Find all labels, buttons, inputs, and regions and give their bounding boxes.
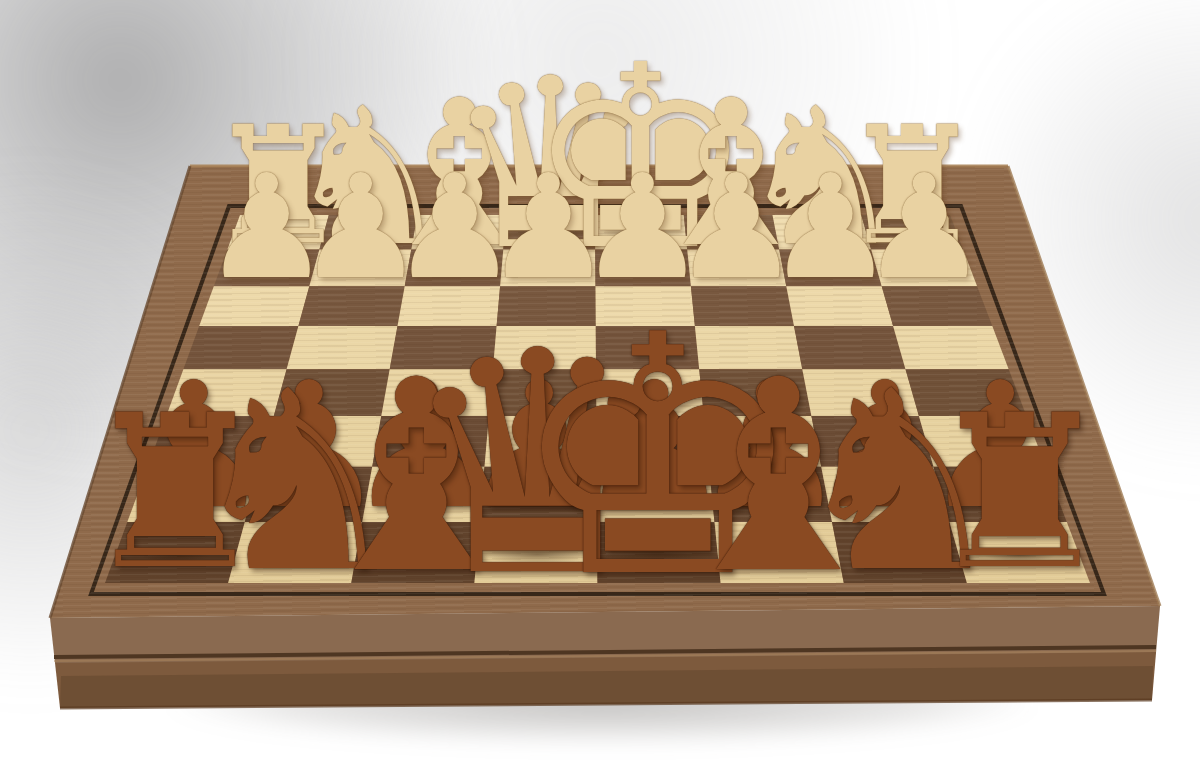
- white-pawn[interactable]: ♟: [860, 155, 989, 299]
- product-photo-stage: ♜♞♝♛♚♝♞♜♟♟♟♟♟♟♟♟♟♟♟♟♟♟♟♟♜♞♝♛♚♝♞♜: [0, 0, 1200, 761]
- black-rook[interactable]: ♜: [925, 387, 1115, 599]
- pieces-layer: ♜♞♝♛♚♝♞♜♟♟♟♟♟♟♟♟♟♟♟♟♟♟♟♟♜♞♝♛♚♝♞♜: [0, 0, 1200, 761]
